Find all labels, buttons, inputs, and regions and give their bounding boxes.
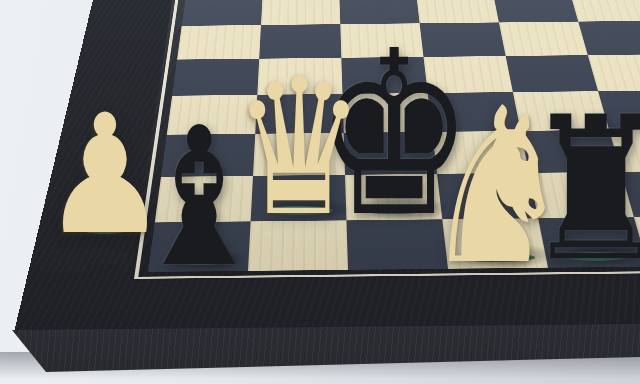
- piece-white-knight-d1: ♞: [422, 79, 572, 294]
- pieces-layer: ♝♛♚♞♜♟: [0, 0, 640, 384]
- white-knight-icon: ♞: [422, 61, 572, 312]
- piece-black-bishop-a1: ♝: [130, 101, 268, 293]
- chess-photo-scene: ♝♛♚♞♜♟: [0, 0, 640, 384]
- black-bishop-icon: ♝: [130, 85, 268, 308]
